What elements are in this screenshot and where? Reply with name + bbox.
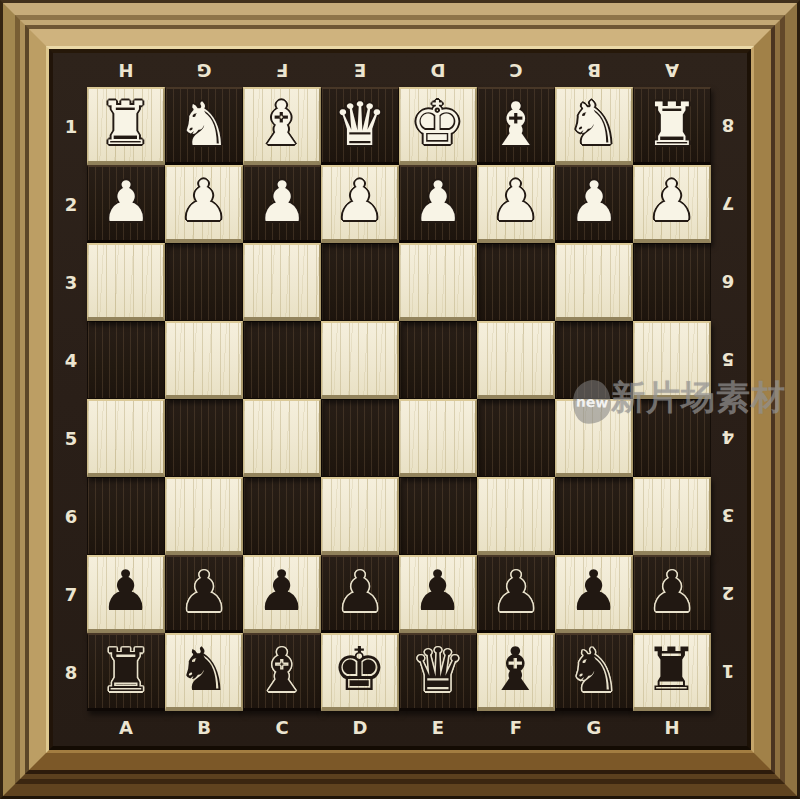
square-c2[interactable]: ♟ bbox=[243, 165, 321, 243]
square-b8[interactable]: ♞ bbox=[165, 633, 243, 711]
file-label-top-C: C bbox=[477, 55, 555, 87]
board: HGFEDCBA1♜♞♝♛♚♝♞♜82♟♟♟♟♟♟♟♟7364554637♟♟♟… bbox=[53, 53, 747, 746]
square-g4[interactable] bbox=[555, 321, 633, 399]
file-label-top-H: H bbox=[87, 55, 165, 87]
square-e7[interactable]: ♟ bbox=[399, 555, 477, 633]
square-d4[interactable] bbox=[321, 321, 399, 399]
square-e3[interactable] bbox=[399, 243, 477, 321]
rank-label-left-5: 5 bbox=[55, 399, 87, 477]
piece-black-pawn: ♟ bbox=[412, 563, 462, 619]
square-h6[interactable] bbox=[633, 477, 711, 555]
rank-label-left-1: 1 bbox=[55, 87, 87, 165]
piece-white-pawn: ♟ bbox=[257, 174, 307, 230]
square-c4[interactable] bbox=[243, 321, 321, 399]
square-a1[interactable]: ♜ bbox=[87, 87, 165, 165]
frame-band-inner: HGFEDCBA1♜♞♝♛♚♝♞♜82♟♟♟♟♟♟♟♟7364554637♟♟♟… bbox=[29, 29, 771, 770]
square-a2[interactable]: ♟ bbox=[87, 165, 165, 243]
square-e2[interactable]: ♟ bbox=[399, 165, 477, 243]
file-label-bottom-F: F bbox=[477, 711, 555, 744]
piece-white-rook: ♜ bbox=[645, 94, 699, 154]
square-c1[interactable]: ♝ bbox=[243, 87, 321, 165]
piece-white-rook: ♜ bbox=[99, 93, 153, 153]
square-a5[interactable] bbox=[87, 399, 165, 477]
rank-label-right-8: 8 bbox=[711, 87, 745, 165]
rank-label-right-5: 5 bbox=[711, 321, 745, 399]
file-label-top-E: E bbox=[321, 55, 399, 87]
piece-white-pawn: ♟ bbox=[413, 174, 463, 230]
piece-black-pawn: ♟ bbox=[256, 563, 306, 619]
piece-white-pawn: ♟ bbox=[646, 173, 696, 229]
square-b2[interactable]: ♟ bbox=[165, 165, 243, 243]
square-f3[interactable] bbox=[477, 243, 555, 321]
frame-inner-edge: HGFEDCBA1♜♞♝♛♚♝♞♜82♟♟♟♟♟♟♟♟7364554637♟♟♟… bbox=[49, 49, 751, 750]
rank-label-left-7: 7 bbox=[55, 555, 87, 633]
frame-groove-1: HGFEDCBA1♜♞♝♛♚♝♞♜82♟♟♟♟♟♟♟♟7364554637♟♟♟… bbox=[15, 15, 785, 784]
rank-label-left-3: 3 bbox=[55, 243, 87, 321]
square-b6[interactable] bbox=[165, 477, 243, 555]
square-d5[interactable] bbox=[321, 399, 399, 477]
square-f6[interactable] bbox=[477, 477, 555, 555]
piece-white-pawn: ♟ bbox=[569, 174, 619, 230]
piece-black-queen: ♛ bbox=[411, 640, 465, 700]
square-b4[interactable] bbox=[165, 321, 243, 399]
file-label-bottom-A: A bbox=[87, 711, 165, 744]
square-d8[interactable]: ♚ bbox=[321, 633, 399, 711]
square-a3[interactable] bbox=[87, 243, 165, 321]
square-g8[interactable]: ♞ bbox=[555, 633, 633, 711]
piece-white-bishop: ♝ bbox=[255, 93, 309, 153]
board-margin-corner bbox=[711, 55, 745, 87]
piece-black-pawn: ♟ bbox=[647, 564, 697, 620]
piece-white-bishop: ♝ bbox=[489, 94, 543, 154]
board-margin-corner bbox=[55, 711, 87, 744]
piece-black-knight: ♞ bbox=[567, 640, 621, 700]
square-b5[interactable] bbox=[165, 399, 243, 477]
square-h3[interactable] bbox=[633, 243, 711, 321]
square-d3[interactable] bbox=[321, 243, 399, 321]
square-d2[interactable]: ♟ bbox=[321, 165, 399, 243]
square-e6[interactable] bbox=[399, 477, 477, 555]
square-a4[interactable] bbox=[87, 321, 165, 399]
square-c7[interactable]: ♟ bbox=[243, 555, 321, 633]
file-label-bottom-E: E bbox=[399, 711, 477, 744]
square-h8[interactable]: ♜ bbox=[633, 633, 711, 711]
rank-label-left-6: 6 bbox=[55, 477, 87, 555]
rank-label-right-6: 6 bbox=[711, 243, 745, 321]
square-b1[interactable]: ♞ bbox=[165, 87, 243, 165]
piece-black-rook: ♜ bbox=[645, 639, 699, 699]
square-c8[interactable]: ♝ bbox=[243, 633, 321, 711]
square-g1[interactable]: ♞ bbox=[555, 87, 633, 165]
square-f7[interactable]: ♟ bbox=[477, 555, 555, 633]
file-label-bottom-D: D bbox=[321, 711, 399, 744]
square-f4[interactable] bbox=[477, 321, 555, 399]
board-grid: HGFEDCBA1♜♞♝♛♚♝♞♜82♟♟♟♟♟♟♟♟7364554637♟♟♟… bbox=[55, 55, 745, 744]
rank-label-right-1: 1 bbox=[711, 633, 745, 711]
picture-frame: HGFEDCBA1♜♞♝♛♚♝♞♜82♟♟♟♟♟♟♟♟7364554637♟♟♟… bbox=[0, 0, 800, 799]
frame-groove-2: HGFEDCBA1♜♞♝♛♚♝♞♜82♟♟♟♟♟♟♟♟7364554637♟♟♟… bbox=[25, 25, 775, 774]
piece-white-pawn: ♟ bbox=[334, 173, 384, 229]
square-f8[interactable]: ♝ bbox=[477, 633, 555, 711]
square-h7[interactable]: ♟ bbox=[633, 555, 711, 633]
piece-black-knight: ♞ bbox=[177, 639, 231, 699]
rank-label-left-4: 4 bbox=[55, 321, 87, 399]
square-d6[interactable] bbox=[321, 477, 399, 555]
piece-white-knight: ♞ bbox=[567, 93, 621, 153]
square-g3[interactable] bbox=[555, 243, 633, 321]
square-g5[interactable] bbox=[555, 399, 633, 477]
square-h5[interactable] bbox=[633, 399, 711, 477]
square-c5[interactable] bbox=[243, 399, 321, 477]
piece-white-queen: ♛ bbox=[333, 94, 387, 154]
square-h1[interactable]: ♜ bbox=[633, 87, 711, 165]
piece-black-king: ♚ bbox=[333, 639, 387, 699]
square-g6[interactable] bbox=[555, 477, 633, 555]
piece-black-bishop: ♝ bbox=[255, 640, 309, 700]
piece-black-pawn: ♟ bbox=[100, 563, 150, 619]
rank-label-right-7: 7 bbox=[711, 165, 745, 243]
square-g7[interactable]: ♟ bbox=[555, 555, 633, 633]
square-f5[interactable] bbox=[477, 399, 555, 477]
square-a8[interactable]: ♜ bbox=[87, 633, 165, 711]
piece-black-pawn: ♟ bbox=[335, 564, 385, 620]
piece-white-pawn: ♟ bbox=[101, 174, 151, 230]
square-c3[interactable] bbox=[243, 243, 321, 321]
file-label-top-G: G bbox=[165, 55, 243, 87]
square-h2[interactable]: ♟ bbox=[633, 165, 711, 243]
board-margin-corner bbox=[711, 711, 745, 744]
file-label-top-A: A bbox=[633, 55, 711, 87]
square-d1[interactable]: ♛ bbox=[321, 87, 399, 165]
square-d7[interactable]: ♟ bbox=[321, 555, 399, 633]
square-e1[interactable]: ♚ bbox=[399, 87, 477, 165]
square-b3[interactable] bbox=[165, 243, 243, 321]
square-e8[interactable]: ♛ bbox=[399, 633, 477, 711]
rank-label-left-8: 8 bbox=[55, 633, 87, 711]
square-f1[interactable]: ♝ bbox=[477, 87, 555, 165]
piece-white-pawn: ♟ bbox=[178, 173, 228, 229]
file-label-top-F: F bbox=[243, 55, 321, 87]
square-f2[interactable]: ♟ bbox=[477, 165, 555, 243]
file-label-bottom-G: G bbox=[555, 711, 633, 744]
square-e5[interactable] bbox=[399, 399, 477, 477]
piece-black-pawn: ♟ bbox=[179, 564, 229, 620]
rank-label-left-2: 2 bbox=[55, 165, 87, 243]
square-c6[interactable] bbox=[243, 477, 321, 555]
frame-band-outer: HGFEDCBA1♜♞♝♛♚♝♞♜82♟♟♟♟♟♟♟♟7364554637♟♟♟… bbox=[3, 3, 797, 796]
piece-white-knight: ♞ bbox=[177, 94, 231, 154]
piece-black-rook: ♜ bbox=[99, 640, 153, 700]
file-label-bottom-C: C bbox=[243, 711, 321, 744]
piece-white-pawn: ♟ bbox=[490, 173, 540, 229]
piece-black-pawn: ♟ bbox=[568, 563, 618, 619]
square-a7[interactable]: ♟ bbox=[87, 555, 165, 633]
board-margin-corner bbox=[55, 55, 87, 87]
piece-black-bishop: ♝ bbox=[489, 639, 543, 699]
file-label-top-D: D bbox=[399, 55, 477, 87]
file-label-bottom-H: H bbox=[633, 711, 711, 744]
rank-label-right-2: 2 bbox=[711, 555, 745, 633]
square-b7[interactable]: ♟ bbox=[165, 555, 243, 633]
square-h4[interactable] bbox=[633, 321, 711, 399]
piece-white-king: ♚ bbox=[411, 93, 465, 153]
piece-black-pawn: ♟ bbox=[491, 564, 541, 620]
square-g2[interactable]: ♟ bbox=[555, 165, 633, 243]
file-label-top-B: B bbox=[555, 55, 633, 87]
square-a6[interactable] bbox=[87, 477, 165, 555]
frame-band-mid: HGFEDCBA1♜♞♝♛♚♝♞♜82♟♟♟♟♟♟♟♟7364554637♟♟♟… bbox=[20, 20, 780, 779]
rank-label-right-4: 4 bbox=[711, 399, 745, 477]
rank-label-right-3: 3 bbox=[711, 477, 745, 555]
square-e4[interactable] bbox=[399, 321, 477, 399]
file-label-bottom-B: B bbox=[165, 711, 243, 744]
frame-ridge: HGFEDCBA1♜♞♝♛♚♝♞♜82♟♟♟♟♟♟♟♟7364554637♟♟♟… bbox=[46, 46, 754, 753]
chessboard-photo: HGFEDCBA1♜♞♝♛♚♝♞♜82♟♟♟♟♟♟♟♟7364554637♟♟♟… bbox=[0, 0, 800, 799]
